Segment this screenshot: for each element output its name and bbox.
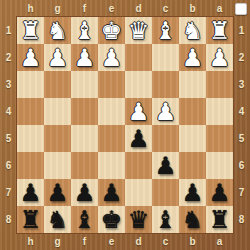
square-a1[interactable]: ♜ [206, 17, 233, 44]
file-label-top-g: g [44, 0, 71, 17]
square-g5[interactable] [44, 125, 71, 152]
square-c4[interactable]: ♟ [152, 98, 179, 125]
square-c6[interactable]: ♟ [152, 152, 179, 179]
square-d6[interactable] [125, 152, 152, 179]
file-label-top-h: h [17, 0, 44, 17]
file-label-bottom-d: d [125, 233, 152, 250]
black-pawn-e7[interactable]: ♟ [101, 181, 123, 205]
square-h6[interactable] [17, 152, 44, 179]
white-pawn-a2[interactable]: ♟ [209, 46, 231, 70]
square-d7[interactable] [125, 179, 152, 206]
square-b4[interactable] [179, 98, 206, 125]
file-label-top-d: d [125, 0, 152, 17]
board-frame: ♜♞♝♚♛♝♞♜♟♟♟♟♟♟♟♟♟♟♟♟♟♟♟♟♜♞♝♚♛♝♞♜ hgfedcb… [0, 0, 250, 250]
square-g3[interactable] [44, 71, 71, 98]
square-f6[interactable] [71, 152, 98, 179]
square-f5[interactable] [71, 125, 98, 152]
file-label-bottom-b: b [179, 233, 206, 250]
black-bishop-f8[interactable]: ♝ [74, 208, 96, 232]
file-label-top-a: a [206, 0, 233, 17]
file-label-top-f: f [71, 0, 98, 17]
square-h4[interactable] [17, 98, 44, 125]
file-label-top-c: c [152, 0, 179, 17]
white-pawn-c4[interactable]: ♟ [155, 100, 177, 124]
square-g8[interactable]: ♞ [44, 206, 71, 233]
file-label-top-b: b [179, 0, 206, 17]
square-b6[interactable] [179, 152, 206, 179]
square-d1[interactable]: ♛ [125, 17, 152, 44]
square-f2[interactable]: ♟ [71, 44, 98, 71]
rank-label-right-7: 7 [233, 179, 250, 206]
square-e5[interactable] [98, 125, 125, 152]
square-a8[interactable]: ♜ [206, 206, 233, 233]
square-c5[interactable] [152, 125, 179, 152]
white-to-move-indicator [235, 3, 247, 15]
file-label-bottom-e: e [98, 233, 125, 250]
rank-label-left-8: 8 [0, 206, 17, 233]
black-pawn-b7[interactable]: ♟ [182, 181, 204, 205]
square-b5[interactable] [179, 125, 206, 152]
white-knight-b1[interactable]: ♞ [182, 19, 204, 43]
black-rook-h8[interactable]: ♜ [20, 208, 42, 232]
square-e6[interactable] [98, 152, 125, 179]
black-pawn-d5[interactable]: ♟ [128, 127, 150, 151]
square-a6[interactable] [206, 152, 233, 179]
square-g2[interactable]: ♟ [44, 44, 71, 71]
rank-label-right-3: 3 [233, 71, 250, 98]
square-d5[interactable]: ♟ [125, 125, 152, 152]
square-h7[interactable]: ♟ [17, 179, 44, 206]
square-e2[interactable]: ♟ [98, 44, 125, 71]
black-pawn-f7[interactable]: ♟ [74, 181, 96, 205]
square-e7[interactable]: ♟ [98, 179, 125, 206]
square-d3[interactable] [125, 71, 152, 98]
black-knight-g8[interactable]: ♞ [47, 208, 69, 232]
square-b7[interactable]: ♟ [179, 179, 206, 206]
file-label-top-e: e [98, 0, 125, 17]
square-e1[interactable]: ♚ [98, 17, 125, 44]
white-pawn-g2[interactable]: ♟ [47, 46, 69, 70]
file-label-bottom-a: a [206, 233, 233, 250]
black-rook-a8[interactable]: ♜ [209, 208, 231, 232]
square-e8[interactable]: ♚ [98, 206, 125, 233]
black-pawn-g7[interactable]: ♟ [47, 181, 69, 205]
square-a5[interactable] [206, 125, 233, 152]
white-king-e1[interactable]: ♚ [101, 19, 123, 43]
rank-label-right-8: 8 [233, 206, 250, 233]
square-a2[interactable]: ♟ [206, 44, 233, 71]
square-h2[interactable]: ♟ [17, 44, 44, 71]
square-c2[interactable] [152, 44, 179, 71]
rank-label-left-2: 2 [0, 44, 17, 71]
black-bishop-c8[interactable]: ♝ [155, 208, 177, 232]
rank-label-right-1: 1 [233, 17, 250, 44]
square-c7[interactable] [152, 179, 179, 206]
white-pawn-h2[interactable]: ♟ [20, 46, 42, 70]
chess-board[interactable]: ♜♞♝♚♛♝♞♜♟♟♟♟♟♟♟♟♟♟♟♟♟♟♟♟♜♞♝♚♛♝♞♜ [17, 17, 233, 233]
black-knight-b8[interactable]: ♞ [182, 208, 204, 232]
white-knight-g1[interactable]: ♞ [47, 19, 69, 43]
square-f1[interactable]: ♝ [71, 17, 98, 44]
square-d4[interactable]: ♟ [125, 98, 152, 125]
black-queen-d8[interactable]: ♛ [128, 208, 150, 232]
square-b1[interactable]: ♞ [179, 17, 206, 44]
black-pawn-c6[interactable]: ♟ [155, 154, 177, 178]
square-d2[interactable] [125, 44, 152, 71]
rank-label-right-4: 4 [233, 98, 250, 125]
file-label-bottom-g: g [44, 233, 71, 250]
square-f4[interactable] [71, 98, 98, 125]
rank-label-left-4: 4 [0, 98, 17, 125]
square-g6[interactable] [44, 152, 71, 179]
square-h5[interactable] [17, 125, 44, 152]
rank-label-left-3: 3 [0, 71, 17, 98]
rank-label-left-5: 5 [0, 125, 17, 152]
white-rook-h1[interactable]: ♜ [20, 19, 42, 43]
white-rook-a1[interactable]: ♜ [209, 19, 231, 43]
square-f3[interactable] [71, 71, 98, 98]
square-c3[interactable] [152, 71, 179, 98]
square-b8[interactable]: ♞ [179, 206, 206, 233]
white-pawn-e2[interactable]: ♟ [101, 46, 123, 70]
square-c1[interactable]: ♝ [152, 17, 179, 44]
white-pawn-f2[interactable]: ♟ [74, 46, 96, 70]
black-pawn-h7[interactable]: ♟ [20, 181, 42, 205]
square-h3[interactable] [17, 71, 44, 98]
square-b3[interactable] [179, 71, 206, 98]
square-g7[interactable]: ♟ [44, 179, 71, 206]
square-a7[interactable]: ♟ [206, 179, 233, 206]
square-a4[interactable] [206, 98, 233, 125]
square-f8[interactable]: ♝ [71, 206, 98, 233]
square-h8[interactable]: ♜ [17, 206, 44, 233]
white-pawn-d4[interactable]: ♟ [128, 100, 150, 124]
black-pawn-a7[interactable]: ♟ [209, 181, 231, 205]
rank-label-left-7: 7 [0, 179, 17, 206]
square-e3[interactable] [98, 71, 125, 98]
rank-label-left-1: 1 [0, 17, 17, 44]
square-g1[interactable]: ♞ [44, 17, 71, 44]
rank-label-left-6: 6 [0, 152, 17, 179]
file-label-bottom-f: f [71, 233, 98, 250]
square-d8[interactable]: ♛ [125, 206, 152, 233]
square-g4[interactable] [44, 98, 71, 125]
square-a3[interactable] [206, 71, 233, 98]
white-bishop-c1[interactable]: ♝ [155, 19, 177, 43]
white-queen-d1[interactable]: ♛ [128, 19, 150, 43]
rank-label-right-6: 6 [233, 152, 250, 179]
white-pawn-b2[interactable]: ♟ [182, 46, 204, 70]
square-c8[interactable]: ♝ [152, 206, 179, 233]
square-b2[interactable]: ♟ [179, 44, 206, 71]
rank-label-right-5: 5 [233, 125, 250, 152]
white-bishop-f1[interactable]: ♝ [74, 19, 96, 43]
rank-label-right-2: 2 [233, 44, 250, 71]
square-f7[interactable]: ♟ [71, 179, 98, 206]
square-e4[interactable] [98, 98, 125, 125]
black-king-e8[interactable]: ♚ [101, 208, 123, 232]
square-h1[interactable]: ♜ [17, 17, 44, 44]
file-label-bottom-c: c [152, 233, 179, 250]
file-label-bottom-h: h [17, 233, 44, 250]
